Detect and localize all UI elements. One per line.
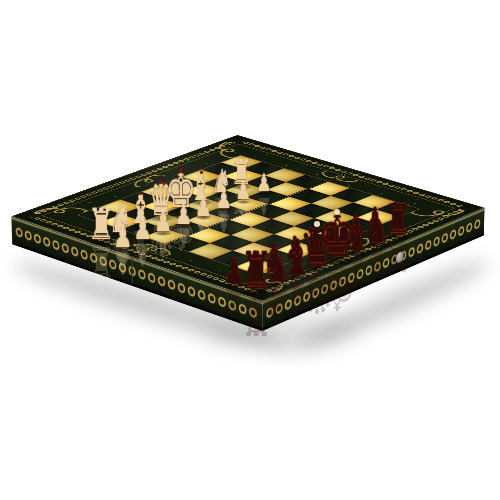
chess-set-product-photo: ♜♜♞♞♝♝♛♛♚♚♝♝♞♞♜♜♟♟♟♟♟♟♟♟♟♟♟♟♟♟♟♟♟♟♟♟♟♟♟♟… — [0, 0, 500, 500]
gold-flourish-corner — [259, 270, 288, 293]
gold-flourish-corner — [408, 208, 467, 217]
